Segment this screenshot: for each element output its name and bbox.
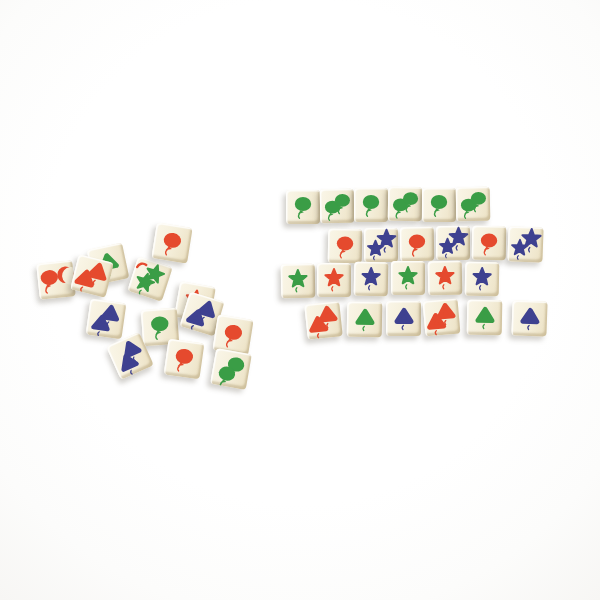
green-star-icon bbox=[289, 270, 307, 292]
green-balloon-icon bbox=[151, 316, 170, 340]
red-star-icon bbox=[436, 267, 454, 289]
blue-tri-icon bbox=[397, 310, 411, 329]
green-star-icon bbox=[399, 267, 416, 289]
tile-row2-tile6[interactable] bbox=[507, 226, 543, 262]
red-balloon-icon bbox=[481, 233, 498, 255]
tile-row1-tile2[interactable] bbox=[320, 189, 355, 224]
red-balloon-icon bbox=[222, 324, 243, 349]
tile-row1-tile5[interactable] bbox=[422, 188, 456, 222]
green-tri-icon bbox=[478, 309, 493, 329]
tile-pile-tile-red-balloon-bottom[interactable] bbox=[164, 339, 205, 380]
red-balloon-partial-arc-icon bbox=[137, 262, 146, 269]
tile-row2-tile5[interactable] bbox=[472, 226, 507, 261]
blue-star-icon bbox=[512, 239, 528, 259]
green-balloon-icon bbox=[295, 197, 311, 218]
tile-pile-tile-red-balloons-partial[interactable] bbox=[36, 260, 76, 300]
red-star-icon bbox=[325, 269, 342, 291]
red-balloon-icon bbox=[40, 269, 60, 293]
tile-pile-tile-green-stars[interactable] bbox=[127, 256, 172, 301]
blue-star-icon bbox=[473, 268, 491, 290]
tile-row4-tile2[interactable] bbox=[347, 302, 383, 338]
tile-row2-tile2[interactable] bbox=[364, 228, 398, 262]
tile-pile-tile-red-triangles[interactable] bbox=[70, 254, 114, 298]
tile-row3-tile5[interactable] bbox=[428, 261, 463, 296]
tile-row4-tile5[interactable] bbox=[467, 300, 503, 336]
tile-row1-tile6[interactable] bbox=[456, 187, 491, 222]
tile-row4-tile6[interactable] bbox=[511, 300, 547, 336]
tile-row4-tile4[interactable] bbox=[423, 299, 461, 337]
tile-row3-tile1[interactable] bbox=[281, 264, 316, 299]
red-balloon-icon bbox=[409, 234, 426, 256]
green-tri-icon bbox=[358, 311, 373, 331]
tile-pile-tile-blue-triangles-left[interactable] bbox=[86, 299, 127, 340]
tile-row3-tile2[interactable] bbox=[317, 263, 351, 297]
green-balloon-icon bbox=[431, 195, 447, 216]
red-balloon-icon bbox=[161, 232, 182, 257]
blue-star-icon bbox=[440, 239, 455, 258]
tile-row1-tile3[interactable] bbox=[354, 188, 388, 222]
tile-pile-tile-red-balloon-top[interactable] bbox=[151, 222, 192, 263]
blue-star-icon bbox=[368, 241, 383, 260]
tile-row3-tile6[interactable] bbox=[465, 262, 500, 297]
tile-row1-tile1[interactable] bbox=[286, 190, 320, 224]
blue-star-icon bbox=[362, 268, 380, 290]
tile-pile-tile-green-balloons[interactable] bbox=[210, 348, 252, 390]
tile-row2-tile4[interactable] bbox=[436, 226, 470, 260]
blue-tri-icon bbox=[522, 310, 537, 330]
table-surface bbox=[0, 0, 600, 600]
green-balloon-icon bbox=[363, 195, 379, 216]
blue-tri-icon bbox=[119, 354, 140, 377]
tile-row4-tile1[interactable] bbox=[304, 301, 342, 339]
red-balloon-icon bbox=[337, 236, 354, 258]
tile-row3-tile3[interactable] bbox=[354, 262, 389, 297]
red-balloon-icon bbox=[174, 348, 194, 373]
tile-row3-tile4[interactable] bbox=[391, 261, 425, 295]
tile-row2-tile3[interactable] bbox=[400, 227, 435, 262]
tile-row1-tile4[interactable] bbox=[388, 187, 423, 222]
tile-row2-tile1[interactable] bbox=[328, 229, 363, 264]
tile-row4-tile3[interactable] bbox=[386, 301, 421, 336]
